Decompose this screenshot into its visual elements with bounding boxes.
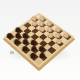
- board-grid: ●●●●●●●●●●●●●●●●●●●●●●●●: [6, 15, 71, 65]
- metal-clasp: [10, 50, 14, 53]
- board-3d: ●●●●●●●●●●●●●●●●●●●●●●●●: [4, 13, 75, 68]
- photo-scene: ●●●●●●●●●●●●●●●●●●●●●●●●: [0, 0, 80, 80]
- light-checker-piece[interactable]: ●: [62, 31, 70, 39]
- dark-checker-piece[interactable]: ●: [13, 37, 21, 45]
- board-rim: ●●●●●●●●●●●●●●●●●●●●●●●●: [4, 13, 75, 68]
- dark-checker-piece[interactable]: ●: [38, 51, 47, 60]
- product-photo-background: ●●●●●●●●●●●●●●●●●●●●●●●●: [0, 0, 80, 80]
